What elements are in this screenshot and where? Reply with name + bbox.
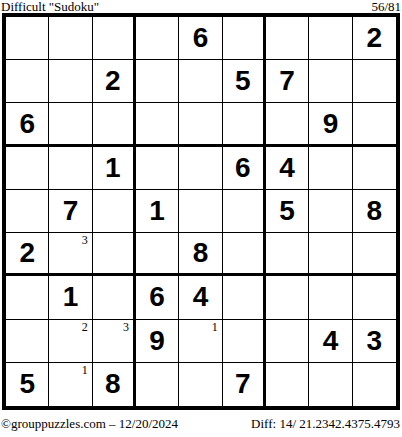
cell-r3c5[interactable] (179, 103, 222, 146)
cell-r9c1[interactable]: 5 (6, 363, 49, 406)
given-digit: 2 (367, 24, 383, 52)
given-digit: 2 (105, 67, 121, 95)
cell-r2c1[interactable] (6, 60, 49, 103)
given-digit: 1 (63, 283, 79, 311)
cell-r9c8[interactable] (309, 363, 352, 406)
cell-r3c9[interactable] (353, 103, 396, 146)
cell-r8c4[interactable]: 9 (136, 320, 179, 363)
cell-r1c2[interactable] (49, 17, 92, 60)
given-digit: 5 (279, 197, 295, 225)
cell-r6c8[interactable] (309, 233, 352, 276)
pencil-mark: 2 (82, 321, 88, 334)
given-digit: 5 (235, 67, 251, 95)
pencil-mark: 1 (212, 321, 218, 334)
cell-r7c8[interactable] (309, 276, 352, 319)
cell-r8c8[interactable]: 4 (309, 320, 352, 363)
cell-r5c4[interactable]: 1 (136, 190, 179, 233)
cell-r3c2[interactable] (49, 103, 92, 146)
cell-r4c4[interactable] (136, 147, 179, 190)
cell-r1c9[interactable]: 2 (353, 17, 396, 60)
cell-r4c8[interactable] (309, 147, 352, 190)
cell-r4c5[interactable] (179, 147, 222, 190)
cell-r8c9[interactable]: 3 (353, 320, 396, 363)
cell-r8c2[interactable]: 2 (49, 320, 92, 363)
cell-r1c7[interactable] (266, 17, 309, 60)
copyright-text: ©grouppuzzles.com – 12/20/2024 (1, 417, 178, 431)
cell-r2c7[interactable]: 7 (266, 60, 309, 103)
cell-r8c5[interactable]: 1 (179, 320, 222, 363)
cell-r9c9[interactable] (353, 363, 396, 406)
cell-r1c8[interactable] (309, 17, 352, 60)
cell-r3c8[interactable]: 9 (309, 103, 352, 146)
cell-r7c4[interactable]: 6 (136, 276, 179, 319)
sudoku-page: Difficult "Sudoku" 56/81 622576916471582… (0, 0, 402, 437)
given-digit: 1 (105, 154, 121, 182)
cell-r4c2[interactable] (49, 147, 92, 190)
cell-r7c1[interactable] (6, 276, 49, 319)
cell-r2c2[interactable] (49, 60, 92, 103)
cell-r5c3[interactable] (93, 190, 136, 233)
cell-r4c3[interactable]: 1 (93, 147, 136, 190)
given-digit: 9 (149, 327, 165, 355)
cell-r5c6[interactable] (223, 190, 266, 233)
cell-r3c1[interactable]: 6 (6, 103, 49, 146)
cell-r6c9[interactable] (353, 233, 396, 276)
cell-r9c4[interactable] (136, 363, 179, 406)
pencil-mark: 3 (123, 321, 129, 334)
cell-r3c4[interactable] (136, 103, 179, 146)
given-digit: 7 (63, 197, 79, 225)
given-digit: 1 (149, 197, 165, 225)
cell-r7c7[interactable] (266, 276, 309, 319)
cell-r2c9[interactable] (353, 60, 396, 103)
cell-r2c5[interactable] (179, 60, 222, 103)
cell-r2c3[interactable]: 2 (93, 60, 136, 103)
cell-r3c3[interactable] (93, 103, 136, 146)
cell-r6c7[interactable] (266, 233, 309, 276)
given-digit: 9 (323, 110, 339, 138)
given-digit: 2 (19, 239, 35, 267)
given-digit: 7 (279, 67, 295, 95)
given-digit: 4 (193, 283, 209, 311)
given-digit: 5 (19, 370, 35, 398)
given-digit: 4 (323, 327, 339, 355)
cell-r2c4[interactable] (136, 60, 179, 103)
cell-r3c6[interactable] (223, 103, 266, 146)
given-digit: 8 (193, 239, 209, 267)
cell-r2c8[interactable] (309, 60, 352, 103)
given-digit: 6 (149, 283, 165, 311)
given-digit: 7 (235, 370, 251, 398)
given-digit: 6 (193, 24, 209, 52)
cell-r9c2[interactable]: 1 (49, 363, 92, 406)
sudoku-board: 622576916471582381642391435187 (2, 13, 400, 410)
given-digit: 4 (279, 154, 295, 182)
cell-r1c1[interactable] (6, 17, 49, 60)
cell-r6c5[interactable]: 8 (179, 233, 222, 276)
cell-r4c1[interactable] (6, 147, 49, 190)
cell-r5c8[interactable] (309, 190, 352, 233)
cell-r5c5[interactable] (179, 190, 222, 233)
cell-r8c3[interactable]: 3 (93, 320, 136, 363)
cell-r1c3[interactable] (93, 17, 136, 60)
cell-r9c3[interactable]: 8 (93, 363, 136, 406)
cell-r6c1[interactable]: 2 (6, 233, 49, 276)
cell-r7c3[interactable] (93, 276, 136, 319)
cell-r4c6[interactable]: 6 (223, 147, 266, 190)
cell-r9c5[interactable] (179, 363, 222, 406)
given-digit: 3 (367, 327, 383, 355)
difficulty-text: Diff: 14/ 21.2342.4375.4793 (251, 417, 400, 431)
cell-r2c6[interactable]: 5 (223, 60, 266, 103)
cell-r9c6[interactable]: 7 (223, 363, 266, 406)
remaining-counter: 56/81 (371, 0, 401, 13)
cell-r9c7[interactable] (266, 363, 309, 406)
cell-r7c2[interactable]: 1 (49, 276, 92, 319)
cell-r5c9[interactable]: 8 (353, 190, 396, 233)
cell-r6c3[interactable] (93, 233, 136, 276)
cell-r6c2[interactable]: 3 (49, 233, 92, 276)
pencil-mark: 3 (82, 234, 88, 247)
cell-r8c6[interactable] (223, 320, 266, 363)
cell-r8c1[interactable] (6, 320, 49, 363)
given-digit: 8 (367, 197, 383, 225)
cell-r5c2[interactable]: 7 (49, 190, 92, 233)
given-digit: 6 (235, 154, 251, 182)
cell-r7c5[interactable]: 4 (179, 276, 222, 319)
cell-r7c9[interactable] (353, 276, 396, 319)
cell-r7c6[interactable] (223, 276, 266, 319)
cell-r1c4[interactable] (136, 17, 179, 60)
pencil-mark: 1 (82, 364, 88, 377)
puzzle-title: Difficult "Sudoku" (1, 0, 99, 13)
cell-r1c6[interactable] (223, 17, 266, 60)
cell-r4c9[interactable] (353, 147, 396, 190)
cell-r4c7[interactable]: 4 (266, 147, 309, 190)
cell-r5c7[interactable]: 5 (266, 190, 309, 233)
given-digit: 6 (19, 110, 35, 138)
cell-r6c4[interactable] (136, 233, 179, 276)
cell-r3c7[interactable] (266, 103, 309, 146)
cell-r6c6[interactable] (223, 233, 266, 276)
cell-r1c5[interactable]: 6 (179, 17, 222, 60)
cell-r5c1[interactable] (6, 190, 49, 233)
cell-r8c7[interactable] (266, 320, 309, 363)
given-digit: 8 (105, 370, 121, 398)
